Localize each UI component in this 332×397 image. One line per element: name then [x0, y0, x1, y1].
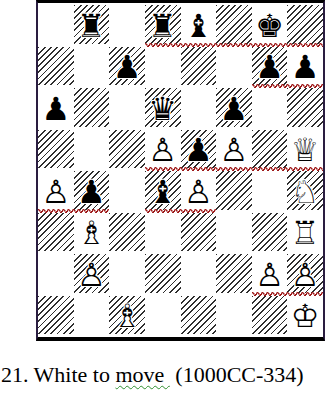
piece-bP: ♟︎ — [109, 47, 145, 89]
piece-fill: ♚︎ — [252, 5, 288, 47]
red-squiggle-rank5 — [145, 167, 323, 171]
square-a3 — [38, 213, 74, 255]
square-c1: ♝︎♗︎ — [109, 296, 145, 338]
piece-fill: ♟︎ — [216, 88, 252, 130]
square-e1 — [181, 296, 217, 338]
piece-wP: ♙︎ — [38, 171, 74, 213]
piece-wB: ♗︎ — [109, 296, 145, 338]
piece-fill: ♟︎ — [181, 130, 217, 172]
square-h7: ♟︎♟︎ — [287, 47, 323, 89]
piece-wP: ♙︎ — [252, 254, 288, 296]
piece-fill: ♟︎ — [287, 47, 323, 89]
square-h5: ♛︎♕︎ — [287, 130, 323, 172]
piece-fill: ♟︎ — [287, 254, 323, 296]
square-h2: ♟︎♙︎ — [287, 254, 323, 296]
square-d6: ♛︎♛︎ — [145, 88, 181, 130]
square-g2: ♟︎♙︎ — [252, 254, 288, 296]
square-h1: ♚︎♔︎ — [287, 296, 323, 338]
piece-wQ: ♕︎ — [287, 130, 323, 172]
piece-fill: ♝︎ — [74, 213, 110, 255]
square-g7: ♟︎♟︎ — [252, 47, 288, 89]
piece-fill: ♟︎ — [109, 47, 145, 89]
square-h8 — [287, 5, 323, 47]
board-squares: ♜︎♜︎♜︎♜︎♝︎♝︎♚︎♚︎♟︎♟︎♟︎♟︎♟︎♟︎♟︎♟︎♛︎♛︎♟︎♟︎… — [38, 5, 323, 337]
piece-fill: ♟︎ — [252, 47, 288, 89]
square-g5 — [252, 130, 288, 172]
piece-bQ: ♛︎ — [145, 88, 181, 130]
square-c6 — [109, 88, 145, 130]
piece-fill: ♜︎ — [74, 5, 110, 47]
piece-bR: ♜︎ — [74, 5, 110, 47]
piece-fill: ♟︎ — [38, 171, 74, 213]
piece-fill: ♝︎ — [145, 171, 181, 213]
piece-fill: ♛︎ — [287, 130, 323, 172]
square-c8 — [109, 5, 145, 47]
red-squiggle-rank2 — [252, 292, 323, 296]
square-g1 — [252, 296, 288, 338]
square-b4: ♟︎♟︎ — [74, 171, 110, 213]
square-a8 — [38, 5, 74, 47]
piece-wR: ♖︎ — [287, 213, 323, 255]
piece-fill: ♟︎ — [216, 130, 252, 172]
piece-fill: ♛︎ — [145, 88, 181, 130]
piece-wN: ♘︎ — [287, 171, 323, 213]
square-e6 — [181, 88, 217, 130]
piece-bK: ♚︎ — [252, 5, 288, 47]
piece-fill: ♟︎ — [74, 171, 110, 213]
square-b2: ♟︎♙︎ — [74, 254, 110, 296]
chess-board: ♜︎♜︎♜︎♜︎♝︎♝︎♚︎♚︎♟︎♟︎♟︎♟︎♟︎♟︎♟︎♟︎♛︎♛︎♟︎♟︎… — [36, 0, 325, 341]
square-e4: ♟︎♙︎ — [181, 171, 217, 213]
square-e2 — [181, 254, 217, 296]
square-e8: ♝︎♝︎ — [181, 5, 217, 47]
piece-fill: ♟︎ — [252, 254, 288, 296]
square-f6: ♟︎♟︎ — [216, 88, 252, 130]
piece-bB: ♝︎ — [145, 171, 181, 213]
square-f1 — [216, 296, 252, 338]
piece-bR: ♜︎ — [145, 5, 181, 47]
square-d8: ♜︎♜︎ — [145, 5, 181, 47]
piece-fill: ♜︎ — [287, 213, 323, 255]
red-squiggle-rank8 — [145, 43, 323, 47]
square-e3 — [181, 213, 217, 255]
square-c7: ♟︎♟︎ — [109, 47, 145, 89]
piece-fill: ♟︎ — [38, 88, 74, 130]
square-b8: ♜︎♜︎ — [74, 5, 110, 47]
piece-wP: ♙︎ — [287, 254, 323, 296]
piece-bP: ♟︎ — [216, 88, 252, 130]
square-f8 — [216, 5, 252, 47]
square-a6: ♟︎♟︎ — [38, 88, 74, 130]
diagram-caption: 21. White to move (1000CC-334) — [1, 362, 332, 388]
square-g3 — [252, 213, 288, 255]
square-a1 — [38, 296, 74, 338]
square-g6 — [252, 88, 288, 130]
square-d3 — [145, 213, 181, 255]
square-a5 — [38, 130, 74, 172]
square-b1 — [74, 296, 110, 338]
piece-fill: ♚︎ — [287, 296, 323, 338]
square-d5: ♟︎♙︎ — [145, 130, 181, 172]
square-f5: ♟︎♙︎ — [216, 130, 252, 172]
piece-fill: ♞︎ — [287, 171, 323, 213]
square-f7 — [216, 47, 252, 89]
caption-word-move: move — [115, 362, 169, 387]
piece-fill: ♜︎ — [145, 5, 181, 47]
square-f4 — [216, 171, 252, 213]
square-c2 — [109, 254, 145, 296]
square-e5: ♟︎♟︎ — [181, 130, 217, 172]
square-b7 — [74, 47, 110, 89]
square-g8: ♚︎♚︎ — [252, 5, 288, 47]
square-f2 — [216, 254, 252, 296]
piece-bP: ♟︎ — [38, 88, 74, 130]
piece-bB: ♝︎ — [181, 5, 217, 47]
square-g4 — [252, 171, 288, 213]
piece-wK: ♔︎ — [287, 296, 323, 338]
square-d7 — [145, 47, 181, 89]
square-f3 — [216, 213, 252, 255]
piece-bP: ♟︎ — [287, 47, 323, 89]
square-d2 — [145, 254, 181, 296]
square-e7 — [181, 47, 217, 89]
square-b5 — [74, 130, 110, 172]
piece-wP: ♙︎ — [145, 130, 181, 172]
square-c3 — [109, 213, 145, 255]
piece-fill: ♟︎ — [181, 171, 217, 213]
piece-wP: ♙︎ — [74, 254, 110, 296]
square-d4: ♝︎♝︎ — [145, 171, 181, 213]
caption-prefix: 21. White to — [1, 362, 115, 387]
piece-bP: ♟︎ — [252, 47, 288, 89]
piece-wP: ♙︎ — [181, 171, 217, 213]
red-squiggle-rank4 — [38, 209, 109, 213]
piece-fill: ♟︎ — [145, 130, 181, 172]
piece-fill: ♟︎ — [74, 254, 110, 296]
red-squiggle-rank7 — [252, 84, 323, 88]
square-h3: ♜︎♖︎ — [287, 213, 323, 255]
square-d1 — [145, 296, 181, 338]
piece-bP: ♟︎ — [181, 130, 217, 172]
square-h6 — [287, 88, 323, 130]
square-a2 — [38, 254, 74, 296]
square-c4 — [109, 171, 145, 213]
red-squiggle-rank4 — [145, 209, 216, 213]
square-a4: ♟︎♙︎ — [38, 171, 74, 213]
piece-fill: ♝︎ — [109, 296, 145, 338]
caption-id: (1000CC-334) — [170, 362, 304, 387]
piece-fill: ♝︎ — [181, 5, 217, 47]
piece-wP: ♙︎ — [216, 130, 252, 172]
square-b6 — [74, 88, 110, 130]
square-c5 — [109, 130, 145, 172]
square-b3: ♝︎♗︎ — [74, 213, 110, 255]
square-h4: ♞︎♘︎ — [287, 171, 323, 213]
piece-bP: ♟︎ — [74, 171, 110, 213]
square-a7 — [38, 47, 74, 89]
piece-wB: ♗︎ — [74, 213, 110, 255]
